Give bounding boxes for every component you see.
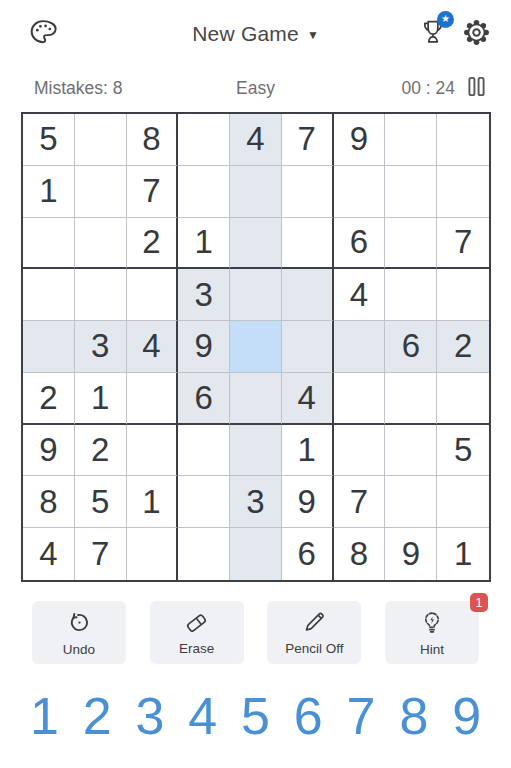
- cell-r7c8[interactable]: [385, 425, 437, 477]
- cell-r4c1[interactable]: [23, 269, 75, 321]
- cell-r1c2[interactable]: [75, 114, 127, 166]
- cell-r2c3[interactable]: 7: [127, 166, 179, 218]
- numpad-4[interactable]: 4: [176, 690, 229, 742]
- chevron-down-icon: ▼: [307, 26, 319, 42]
- cell-r9c1[interactable]: 4: [23, 528, 75, 580]
- settings-button[interactable]: [462, 18, 491, 50]
- status-bar: Mistakes: 8 Easy 00 : 24: [0, 76, 511, 100]
- cell-r2c1[interactable]: 1: [23, 166, 75, 218]
- cell-r8c7[interactable]: 7: [334, 476, 386, 528]
- lightbulb-icon: [419, 609, 445, 639]
- cell-r1c7[interactable]: 9: [334, 114, 386, 166]
- cell-r2c7[interactable]: [334, 166, 386, 218]
- cell-r4c7[interactable]: 4: [334, 269, 386, 321]
- star-icon: ★: [441, 14, 450, 24]
- numpad-3[interactable]: 3: [124, 690, 177, 742]
- cell-r9c8[interactable]: 9: [385, 528, 437, 580]
- cell-r9c2[interactable]: 7: [75, 528, 127, 580]
- gear-icon: [462, 18, 491, 50]
- cell-r5c3[interactable]: 4: [127, 321, 179, 373]
- hint-button[interactable]: Hint 1: [385, 601, 479, 664]
- pause-icon: [464, 75, 489, 101]
- cell-r4c5[interactable]: [230, 269, 282, 321]
- pencil-label: Pencil Off: [285, 641, 343, 656]
- cell-r4c2[interactable]: [75, 269, 127, 321]
- sudoku-board: 58479172167343496221649215851397476891: [21, 112, 491, 582]
- cell-r4c8[interactable]: [385, 269, 437, 321]
- cell-r3c4[interactable]: 1: [178, 218, 230, 270]
- cell-r5c2[interactable]: 3: [75, 321, 127, 373]
- cell-r2c4[interactable]: [178, 166, 230, 218]
- cell-r5c7[interactable]: [334, 321, 386, 373]
- cell-r1c9[interactable]: [437, 114, 489, 166]
- cell-r9c6[interactable]: 6: [282, 528, 334, 580]
- cell-r8c8[interactable]: [385, 476, 437, 528]
- cell-r8c2[interactable]: 5: [75, 476, 127, 528]
- cell-r3c3[interactable]: 2: [127, 218, 179, 270]
- page-title: New Game: [192, 22, 299, 46]
- cell-r4c6[interactable]: [282, 269, 334, 321]
- cell-r5c9[interactable]: 2: [437, 321, 489, 373]
- cell-r7c5[interactable]: [230, 425, 282, 477]
- undo-icon: [66, 609, 93, 639]
- cell-r6c2[interactable]: 1: [75, 373, 127, 425]
- numpad-5[interactable]: 5: [229, 690, 282, 742]
- toolbar: Undo Erase Pencil Off H: [0, 601, 511, 664]
- cell-r4c4[interactable]: 3: [178, 269, 230, 321]
- numpad: 123456789: [18, 690, 493, 742]
- numpad-9[interactable]: 9: [440, 690, 493, 742]
- cell-r7c2[interactable]: 2: [75, 425, 127, 477]
- cell-r5c6[interactable]: [282, 321, 334, 373]
- theme-button[interactable]: [26, 17, 60, 51]
- top-bar: New Game ▼ ★: [0, 12, 511, 56]
- achievements-button[interactable]: ★: [419, 18, 447, 51]
- cell-r3c9[interactable]: 7: [437, 218, 489, 270]
- cell-r9c4[interactable]: [178, 528, 230, 580]
- cell-r5c5[interactable]: [230, 321, 282, 373]
- cell-r9c3[interactable]: [127, 528, 179, 580]
- hint-badge: 1: [470, 593, 488, 612]
- pencil-button[interactable]: Pencil Off: [267, 601, 361, 664]
- pause-button[interactable]: [464, 75, 489, 101]
- cell-r9c7[interactable]: 8: [334, 528, 386, 580]
- cell-r1c4[interactable]: [178, 114, 230, 166]
- cell-r6c7[interactable]: [334, 373, 386, 425]
- cell-r8c3[interactable]: 1: [127, 476, 179, 528]
- new-game-button[interactable]: New Game ▼: [186, 21, 325, 47]
- cell-r1c8[interactable]: [385, 114, 437, 166]
- cell-r6c6[interactable]: 4: [282, 373, 334, 425]
- cell-r1c3[interactable]: 8: [127, 114, 179, 166]
- cell-r1c6[interactable]: 7: [282, 114, 334, 166]
- cell-r7c7[interactable]: [334, 425, 386, 477]
- cell-r5c4[interactable]: 9: [178, 321, 230, 373]
- cell-r6c1[interactable]: 2: [23, 373, 75, 425]
- cell-r6c8[interactable]: [385, 373, 437, 425]
- cell-r7c9[interactable]: 5: [437, 425, 489, 477]
- cell-r3c1[interactable]: [23, 218, 75, 270]
- numpad-6[interactable]: 6: [282, 690, 335, 742]
- numpad-8[interactable]: 8: [387, 690, 440, 742]
- cell-r3c2[interactable]: [75, 218, 127, 270]
- cell-r5c8[interactable]: 6: [385, 321, 437, 373]
- erase-label: Erase: [179, 641, 214, 656]
- numpad-7[interactable]: 7: [335, 690, 388, 742]
- mistakes-label: Mistakes: 8: [34, 78, 123, 99]
- cell-r8c6[interactable]: 9: [282, 476, 334, 528]
- cell-r2c5[interactable]: [230, 166, 282, 218]
- hint-label: Hint: [420, 642, 444, 657]
- cell-r6c4[interactable]: 6: [178, 373, 230, 425]
- cell-r1c5[interactable]: 4: [230, 114, 282, 166]
- cell-r9c5[interactable]: [230, 528, 282, 580]
- cell-r7c1[interactable]: 9: [23, 425, 75, 477]
- cell-r3c6[interactable]: [282, 218, 334, 270]
- cell-r5c1[interactable]: [23, 321, 75, 373]
- cell-r2c9[interactable]: [437, 166, 489, 218]
- cell-r2c2[interactable]: [75, 166, 127, 218]
- star-badge: ★: [437, 11, 454, 28]
- cell-r6c5[interactable]: [230, 373, 282, 425]
- undo-label: Undo: [63, 642, 95, 657]
- cell-r8c9[interactable]: [437, 476, 489, 528]
- cell-r4c9[interactable]: [437, 269, 489, 321]
- cell-r2c8[interactable]: [385, 166, 437, 218]
- cell-r2c6[interactable]: [282, 166, 334, 218]
- cell-r8c4[interactable]: [178, 476, 230, 528]
- cell-r6c3[interactable]: [127, 373, 179, 425]
- cell-r1c1[interactable]: 5: [23, 114, 75, 166]
- cell-r3c8[interactable]: [385, 218, 437, 270]
- cell-r3c7[interactable]: 6: [334, 218, 386, 270]
- numpad-1[interactable]: 1: [18, 690, 71, 742]
- cell-r7c6[interactable]: 1: [282, 425, 334, 477]
- timer-label: 00 : 24: [401, 78, 455, 99]
- eraser-icon: [183, 609, 210, 638]
- cell-r6c9[interactable]: [437, 373, 489, 425]
- cell-r3c5[interactable]: [230, 218, 282, 270]
- palette-icon: [26, 17, 60, 51]
- difficulty-label: Easy: [236, 78, 275, 99]
- pencil-icon: [301, 609, 328, 638]
- erase-button[interactable]: Erase: [150, 601, 244, 664]
- cell-r9c9[interactable]: 1: [437, 528, 489, 580]
- cell-r7c3[interactable]: [127, 425, 179, 477]
- cell-r7c4[interactable]: [178, 425, 230, 477]
- undo-button[interactable]: Undo: [32, 601, 126, 664]
- cell-r8c1[interactable]: 8: [23, 476, 75, 528]
- numpad-2[interactable]: 2: [71, 690, 124, 742]
- cell-r4c3[interactable]: [127, 269, 179, 321]
- cell-r8c5[interactable]: 3: [230, 476, 282, 528]
